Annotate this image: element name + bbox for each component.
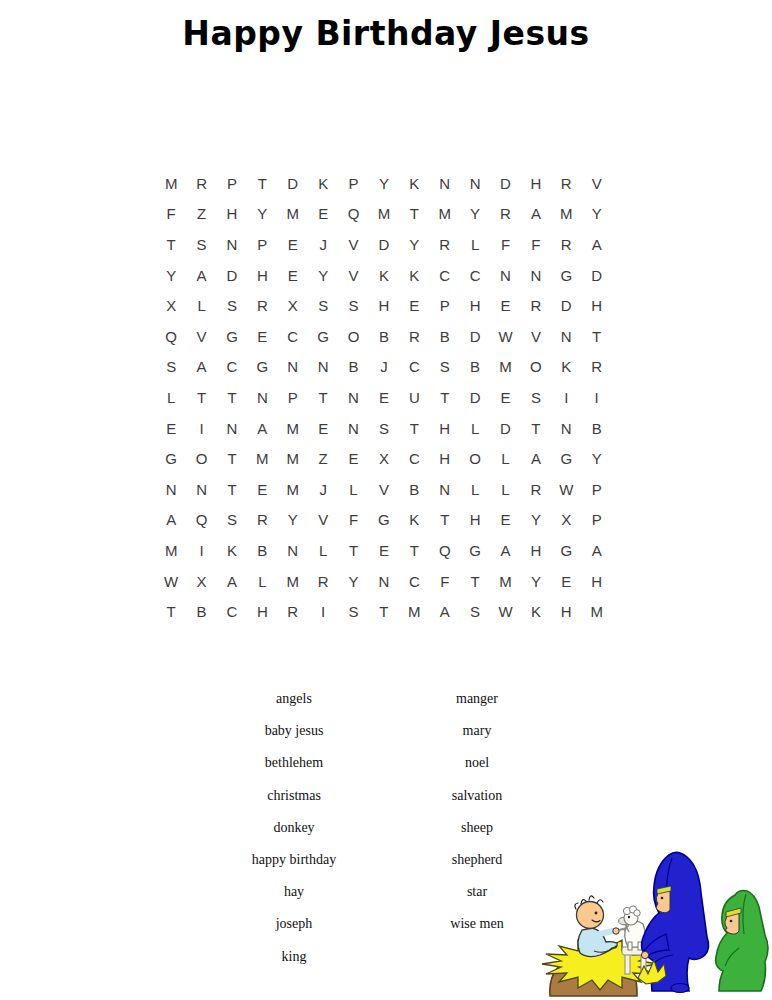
- grid-cell[interactable]: Q: [430, 535, 460, 566]
- grid-cell[interactable]: V: [521, 321, 551, 352]
- grid-cell[interactable]: L: [490, 443, 520, 474]
- grid-cell[interactable]: M: [490, 352, 520, 383]
- word-list-item: noel: [367, 747, 587, 779]
- grid-cell[interactable]: M: [278, 474, 308, 505]
- grid-cell[interactable]: M: [369, 199, 399, 230]
- grid-cell[interactable]: R: [247, 290, 277, 321]
- grid-cell[interactable]: D: [490, 413, 520, 444]
- grid-cell[interactable]: T: [247, 168, 277, 199]
- grid-cell[interactable]: B: [430, 321, 460, 352]
- grid-cell[interactable]: W: [156, 566, 186, 597]
- grid-cell[interactable]: G: [156, 443, 186, 474]
- grid-cell[interactable]: L: [186, 290, 216, 321]
- grid-cell[interactable]: M: [430, 199, 460, 230]
- grid-cell[interactable]: X: [369, 443, 399, 474]
- grid-cell[interactable]: K: [399, 260, 429, 291]
- grid-cell[interactable]: L: [338, 474, 368, 505]
- grid-cell[interactable]: K: [551, 352, 581, 383]
- grid-cell[interactable]: E: [490, 382, 520, 413]
- grid-cell[interactable]: M: [156, 168, 186, 199]
- grid-cell[interactable]: M: [278, 413, 308, 444]
- grid-cell[interactable]: S: [308, 290, 338, 321]
- grid-cell[interactable]: H: [430, 413, 460, 444]
- grid-cell[interactable]: G: [551, 443, 581, 474]
- grid-cell[interactable]: R: [278, 596, 308, 627]
- word-list-item: king: [184, 941, 404, 973]
- grid-cell[interactable]: M: [490, 566, 520, 597]
- grid-cell[interactable]: D: [551, 290, 581, 321]
- grid-cell[interactable]: C: [430, 260, 460, 291]
- grid-cell[interactable]: A: [581, 535, 611, 566]
- grid-cell[interactable]: H: [551, 596, 581, 627]
- grid-cell[interactable]: V: [369, 474, 399, 505]
- grid-cell[interactable]: H: [581, 290, 611, 321]
- grid-cell[interactable]: O: [338, 321, 368, 352]
- grid-cell[interactable]: D: [217, 260, 247, 291]
- grid-cell[interactable]: N: [460, 168, 490, 199]
- grid-cell[interactable]: P: [217, 168, 247, 199]
- grid-cell[interactable]: R: [186, 168, 216, 199]
- grid-cell[interactable]: M: [551, 199, 581, 230]
- grid-cell[interactable]: R: [551, 229, 581, 260]
- grid-cell[interactable]: V: [338, 260, 368, 291]
- grid-cell[interactable]: A: [521, 199, 551, 230]
- grid-cell[interactable]: B: [460, 352, 490, 383]
- grid-cell[interactable]: F: [490, 229, 520, 260]
- grid-cell[interactable]: Z: [186, 199, 216, 230]
- grid-cell[interactable]: V: [338, 229, 368, 260]
- grid-cell[interactable]: T: [581, 321, 611, 352]
- grid-cell[interactable]: N: [217, 229, 247, 260]
- grid-cell[interactable]: M: [278, 443, 308, 474]
- grid-cell[interactable]: B: [399, 474, 429, 505]
- grid-cell[interactable]: R: [247, 505, 277, 536]
- grid-cell[interactable]: H: [581, 566, 611, 597]
- grid-cell[interactable]: A: [186, 352, 216, 383]
- grid-cell[interactable]: B: [247, 535, 277, 566]
- grid-cell[interactable]: T: [399, 413, 429, 444]
- grid-cell[interactable]: N: [186, 474, 216, 505]
- grid-cell[interactable]: L: [156, 382, 186, 413]
- grid-cell[interactable]: B: [369, 321, 399, 352]
- grid-cell[interactable]: G: [308, 321, 338, 352]
- worksheet-page: Happy Birthday Jesus MRPTDKPYKNNDHRVFZHY…: [0, 0, 772, 1000]
- grid-cell[interactable]: E: [308, 413, 338, 444]
- grid-cell[interactable]: H: [247, 260, 277, 291]
- puzzle-title: Happy Birthday Jesus: [0, 14, 772, 53]
- grid-cell[interactable]: K: [308, 168, 338, 199]
- grid-cell[interactable]: N: [521, 260, 551, 291]
- grid-cell[interactable]: O: [186, 443, 216, 474]
- grid-cell[interactable]: N: [278, 352, 308, 383]
- grid-cell[interactable]: M: [156, 535, 186, 566]
- grid-cell[interactable]: S: [338, 290, 368, 321]
- grid-cell[interactable]: M: [581, 596, 611, 627]
- grid-cell[interactable]: S: [460, 596, 490, 627]
- grid-cell[interactable]: S: [338, 596, 368, 627]
- grid-cell[interactable]: N: [551, 321, 581, 352]
- grid-cell[interactable]: X: [278, 290, 308, 321]
- grid-cell[interactable]: E: [247, 321, 277, 352]
- grid-cell[interactable]: T: [186, 382, 216, 413]
- grid-cell[interactable]: P: [581, 474, 611, 505]
- grid-cell[interactable]: F: [430, 566, 460, 597]
- grid-cell[interactable]: L: [308, 535, 338, 566]
- grid-cell[interactable]: N: [308, 352, 338, 383]
- grid-cell[interactable]: W: [551, 474, 581, 505]
- grid-cell[interactable]: T: [430, 505, 460, 536]
- grid-cell[interactable]: H: [521, 168, 551, 199]
- grid-cell[interactable]: D: [460, 321, 490, 352]
- grid-cell[interactable]: A: [217, 566, 247, 597]
- grid-cell[interactable]: K: [369, 260, 399, 291]
- grid-cell[interactable]: S: [186, 229, 216, 260]
- grid-cell[interactable]: P: [338, 168, 368, 199]
- grid-cell[interactable]: X: [156, 290, 186, 321]
- grid-cell[interactable]: T: [338, 535, 368, 566]
- grid-cell[interactable]: A: [521, 443, 551, 474]
- grid-cell[interactable]: P: [430, 290, 460, 321]
- grid-cell[interactable]: R: [581, 352, 611, 383]
- grid-cell[interactable]: R: [521, 474, 551, 505]
- grid-cell[interactable]: N: [338, 413, 368, 444]
- grid-cell[interactable]: J: [369, 352, 399, 383]
- grid-cell[interactable]: X: [551, 505, 581, 536]
- grid-cell[interactable]: L: [247, 566, 277, 597]
- grid-cell[interactable]: Y: [369, 168, 399, 199]
- grid-cell[interactable]: S: [156, 352, 186, 383]
- grid-cell[interactable]: W: [490, 321, 520, 352]
- grid-cell[interactable]: E: [156, 413, 186, 444]
- grid-cell[interactable]: G: [369, 505, 399, 536]
- grid-cell[interactable]: E: [278, 229, 308, 260]
- nativity-illustration: [538, 838, 772, 1000]
- grid-cell[interactable]: I: [551, 382, 581, 413]
- grid-cell[interactable]: U: [399, 382, 429, 413]
- grid-cell[interactable]: M: [278, 566, 308, 597]
- grid-cell[interactable]: Y: [399, 229, 429, 260]
- grid-cell[interactable]: Y: [581, 199, 611, 230]
- grid-cell[interactable]: Y: [247, 199, 277, 230]
- grid-cell[interactable]: N: [551, 413, 581, 444]
- grid-cell[interactable]: H: [460, 505, 490, 536]
- grid-cell[interactable]: P: [247, 229, 277, 260]
- grid-cell[interactable]: T: [156, 596, 186, 627]
- grid-cell[interactable]: P: [278, 382, 308, 413]
- word-list-item: manger: [367, 683, 587, 715]
- grid-cell[interactable]: N: [430, 168, 460, 199]
- grid-cell[interactable]: A: [186, 260, 216, 291]
- grid-cell[interactable]: R: [551, 168, 581, 199]
- grid-cell[interactable]: G: [460, 535, 490, 566]
- word-list-item: mary: [367, 715, 587, 747]
- grid-cell[interactable]: K: [521, 596, 551, 627]
- grid-cell[interactable]: L: [460, 229, 490, 260]
- grid-cell[interactable]: I: [186, 535, 216, 566]
- grid-cell[interactable]: N: [278, 535, 308, 566]
- grid-cell[interactable]: E: [247, 474, 277, 505]
- grid-cell[interactable]: E: [369, 382, 399, 413]
- grid-cell[interactable]: C: [217, 596, 247, 627]
- grid-cell[interactable]: S: [369, 413, 399, 444]
- grid-cell[interactable]: K: [217, 535, 247, 566]
- grid-cell[interactable]: Z: [308, 443, 338, 474]
- grid-cell[interactable]: T: [308, 382, 338, 413]
- grid-cell[interactable]: B: [581, 413, 611, 444]
- grid-cell[interactable]: K: [399, 168, 429, 199]
- mary-figure: [638, 852, 709, 992]
- grid-cell[interactable]: H: [521, 535, 551, 566]
- grid-cell[interactable]: S: [217, 290, 247, 321]
- grid-cell[interactable]: J: [308, 229, 338, 260]
- grid-cell[interactable]: T: [156, 229, 186, 260]
- grid-cell[interactable]: H: [369, 290, 399, 321]
- grid-cell[interactable]: Y: [521, 566, 551, 597]
- grid-cell[interactable]: Y: [338, 566, 368, 597]
- grid-cell[interactable]: T: [521, 413, 551, 444]
- grid-cell[interactable]: T: [399, 199, 429, 230]
- grid-cell[interactable]: C: [399, 566, 429, 597]
- grid-cell[interactable]: Q: [338, 199, 368, 230]
- grid-cell[interactable]: E: [338, 443, 368, 474]
- grid-cell[interactable]: A: [430, 596, 460, 627]
- grid-cell[interactable]: F: [156, 199, 186, 230]
- grid-cell[interactable]: T: [430, 382, 460, 413]
- grid-cell[interactable]: I: [186, 413, 216, 444]
- green-robed-figure: [716, 891, 768, 992]
- grid-cell[interactable]: F: [338, 505, 368, 536]
- grid-cell[interactable]: G: [551, 535, 581, 566]
- grid-cell[interactable]: N: [430, 474, 460, 505]
- grid-cell[interactable]: D: [460, 382, 490, 413]
- grid-cell[interactable]: N: [156, 474, 186, 505]
- grid-cell[interactable]: A: [581, 229, 611, 260]
- grid-cell[interactable]: M: [247, 443, 277, 474]
- grid-cell[interactable]: Y: [581, 443, 611, 474]
- grid-cell[interactable]: Y: [308, 260, 338, 291]
- grid-cell[interactable]: A: [490, 535, 520, 566]
- grid-cell[interactable]: H: [217, 199, 247, 230]
- grid-cell[interactable]: Y: [521, 505, 551, 536]
- grid-cell[interactable]: L: [460, 474, 490, 505]
- grid-cell[interactable]: T: [369, 596, 399, 627]
- grid-cell[interactable]: N: [490, 260, 520, 291]
- grid-cell[interactable]: E: [369, 535, 399, 566]
- grid-cell[interactable]: T: [217, 474, 247, 505]
- grid-cell[interactable]: N: [369, 566, 399, 597]
- grid-cell[interactable]: C: [460, 260, 490, 291]
- grid-cell[interactable]: T: [460, 566, 490, 597]
- grid-cell[interactable]: Q: [186, 505, 216, 536]
- grid-cell[interactable]: R: [490, 199, 520, 230]
- grid-cell[interactable]: T: [217, 382, 247, 413]
- grid-cell[interactable]: N: [338, 382, 368, 413]
- grid-cell[interactable]: L: [460, 413, 490, 444]
- grid-cell[interactable]: F: [521, 229, 551, 260]
- grid-cell[interactable]: A: [156, 505, 186, 536]
- grid-cell[interactable]: E: [399, 290, 429, 321]
- grid-cell[interactable]: B: [338, 352, 368, 383]
- grid-cell[interactable]: G: [247, 352, 277, 383]
- grid-cell[interactable]: D: [581, 260, 611, 291]
- grid-cell[interactable]: S: [521, 382, 551, 413]
- grid-cell[interactable]: Y: [460, 199, 490, 230]
- grid-cell[interactable]: K: [399, 505, 429, 536]
- grid-cell[interactable]: E: [490, 290, 520, 321]
- grid-cell[interactable]: O: [521, 352, 551, 383]
- grid-cell[interactable]: P: [581, 505, 611, 536]
- grid-cell[interactable]: E: [308, 199, 338, 230]
- grid-cell[interactable]: R: [399, 321, 429, 352]
- grid-cell[interactable]: D: [278, 168, 308, 199]
- grid-cell[interactable]: Y: [278, 505, 308, 536]
- grid-cell[interactable]: T: [217, 443, 247, 474]
- grid-cell[interactable]: C: [278, 321, 308, 352]
- grid-cell[interactable]: N: [217, 413, 247, 444]
- grid-cell[interactable]: I: [308, 596, 338, 627]
- grid-cell[interactable]: S: [430, 352, 460, 383]
- grid-cell[interactable]: T: [399, 535, 429, 566]
- grid-cell[interactable]: C: [217, 352, 247, 383]
- grid-cell[interactable]: H: [430, 443, 460, 474]
- grid-cell[interactable]: H: [247, 596, 277, 627]
- grid-cell[interactable]: X: [186, 566, 216, 597]
- grid-cell[interactable]: H: [460, 290, 490, 321]
- grid-cell[interactable]: R: [430, 229, 460, 260]
- grid-cell[interactable]: G: [551, 260, 581, 291]
- grid-cell[interactable]: S: [217, 505, 247, 536]
- grid-cell[interactable]: I: [581, 382, 611, 413]
- grid-cell[interactable]: B: [186, 596, 216, 627]
- word-search-grid: MRPTDKPYKNNDHRVFZHYMEQMTMYRAMYTSNPEJVDYR…: [156, 168, 612, 627]
- grid-cell[interactable]: C: [399, 443, 429, 474]
- grid-cell[interactable]: R: [521, 290, 551, 321]
- grid-cell[interactable]: G: [217, 321, 247, 352]
- grid-cell[interactable]: J: [308, 474, 338, 505]
- grid-cell[interactable]: E: [551, 566, 581, 597]
- grid-cell[interactable]: D: [369, 229, 399, 260]
- grid-cell[interactable]: E: [490, 505, 520, 536]
- grid-cell[interactable]: D: [490, 168, 520, 199]
- grid-cell[interactable]: R: [308, 566, 338, 597]
- grid-cell[interactable]: N: [247, 382, 277, 413]
- grid-cell[interactable]: A: [247, 413, 277, 444]
- grid-cell[interactable]: E: [278, 260, 308, 291]
- grid-cell[interactable]: M: [399, 596, 429, 627]
- grid-cell[interactable]: V: [308, 505, 338, 536]
- word-list-item: salvation: [367, 780, 587, 812]
- grid-cell[interactable]: V: [186, 321, 216, 352]
- grid-cell[interactable]: M: [278, 199, 308, 230]
- grid-cell[interactable]: Q: [156, 321, 186, 352]
- grid-cell[interactable]: V: [581, 168, 611, 199]
- grid-cell[interactable]: L: [490, 474, 520, 505]
- grid-cell[interactable]: C: [399, 352, 429, 383]
- grid-cell[interactable]: O: [460, 443, 490, 474]
- grid-cell[interactable]: Y: [156, 260, 186, 291]
- grid-cell[interactable]: W: [490, 596, 520, 627]
